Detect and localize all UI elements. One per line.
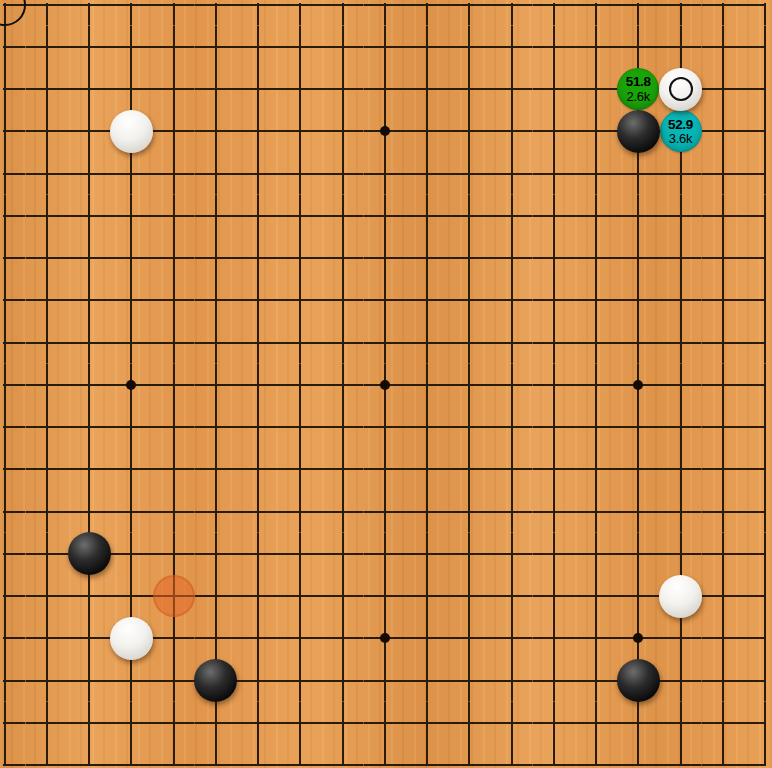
point-J17[interactable]	[321, 68, 363, 110]
point-F8[interactable]	[195, 448, 237, 490]
point-O4[interactable]	[533, 617, 575, 659]
point-L4[interactable]	[406, 617, 448, 659]
point-A18[interactable]	[0, 26, 26, 68]
point-A7[interactable]	[0, 490, 26, 532]
point-P16[interactable]	[575, 110, 617, 152]
point-K6[interactable]	[364, 533, 406, 575]
point-E7[interactable]	[152, 490, 194, 532]
point-H17[interactable]	[279, 68, 321, 110]
point-R16[interactable]: 52.93.6k	[659, 110, 701, 152]
ai-suggestion-faded-E5[interactable]	[153, 575, 195, 617]
point-P5[interactable]	[575, 575, 617, 617]
point-D19[interactable]	[110, 0, 152, 26]
point-Q12[interactable]	[617, 279, 659, 321]
point-F13[interactable]	[195, 237, 237, 279]
point-N15[interactable]	[490, 152, 532, 194]
point-D17[interactable]	[110, 68, 152, 110]
point-T11[interactable]	[744, 321, 772, 363]
point-J1[interactable]	[321, 744, 363, 768]
point-T19[interactable]	[744, 0, 772, 26]
point-M16[interactable]	[448, 110, 490, 152]
point-O7[interactable]	[533, 490, 575, 532]
point-B8[interactable]	[26, 448, 68, 490]
point-M19[interactable]	[448, 0, 490, 26]
point-O1[interactable]	[533, 744, 575, 768]
point-P17[interactable]	[575, 68, 617, 110]
point-E11[interactable]	[152, 321, 194, 363]
point-E12[interactable]	[152, 279, 194, 321]
point-P1[interactable]	[575, 744, 617, 768]
point-K19[interactable]	[364, 0, 406, 26]
point-G6[interactable]	[237, 533, 279, 575]
point-D6[interactable]	[110, 533, 152, 575]
point-R1[interactable]	[659, 744, 701, 768]
point-C10[interactable]	[68, 364, 110, 406]
point-H13[interactable]	[279, 237, 321, 279]
point-N11[interactable]	[490, 321, 532, 363]
point-K18[interactable]	[364, 26, 406, 68]
point-C16[interactable]	[68, 110, 110, 152]
point-O3[interactable]	[533, 659, 575, 701]
point-F5[interactable]	[195, 575, 237, 617]
point-Q6[interactable]	[617, 533, 659, 575]
point-D12[interactable]	[110, 279, 152, 321]
point-E2[interactable]	[152, 702, 194, 744]
point-Q9[interactable]	[617, 406, 659, 448]
point-R14[interactable]	[659, 195, 701, 237]
point-Q11[interactable]	[617, 321, 659, 363]
point-M13[interactable]	[448, 237, 490, 279]
point-B12[interactable]	[26, 279, 68, 321]
point-K16[interactable]	[364, 110, 406, 152]
point-M2[interactable]	[448, 702, 490, 744]
point-T12[interactable]	[744, 279, 772, 321]
point-B17[interactable]	[26, 68, 68, 110]
point-J6[interactable]	[321, 533, 363, 575]
point-N17[interactable]	[490, 68, 532, 110]
point-C8[interactable]	[68, 448, 110, 490]
point-G14[interactable]	[237, 195, 279, 237]
point-D2[interactable]	[110, 702, 152, 744]
point-D15[interactable]	[110, 152, 152, 194]
point-R2[interactable]	[659, 702, 701, 744]
point-G8[interactable]	[237, 448, 279, 490]
point-K10[interactable]	[364, 364, 406, 406]
point-K1[interactable]	[364, 744, 406, 768]
point-C17[interactable]	[68, 68, 110, 110]
point-S12[interactable]	[702, 279, 744, 321]
point-Q3[interactable]	[617, 659, 659, 701]
point-J3[interactable]	[321, 659, 363, 701]
point-L12[interactable]	[406, 279, 448, 321]
ai-suggestion-Q17[interactable]: 51.82.6k	[617, 68, 659, 110]
point-P11[interactable]	[575, 321, 617, 363]
point-R19[interactable]	[659, 0, 701, 26]
point-M8[interactable]	[448, 448, 490, 490]
point-L11[interactable]	[406, 321, 448, 363]
point-B15[interactable]	[26, 152, 68, 194]
point-M12[interactable]	[448, 279, 490, 321]
point-E19[interactable]	[152, 0, 194, 26]
point-L2[interactable]	[406, 702, 448, 744]
point-C7[interactable]	[68, 490, 110, 532]
point-Q15[interactable]	[617, 152, 659, 194]
point-A17[interactable]	[0, 68, 26, 110]
point-C1[interactable]	[68, 744, 110, 768]
point-H2[interactable]	[279, 702, 321, 744]
point-J14[interactable]	[321, 195, 363, 237]
point-Q14[interactable]	[617, 195, 659, 237]
point-L13[interactable]	[406, 237, 448, 279]
point-S6[interactable]	[702, 533, 744, 575]
point-C6[interactable]	[68, 533, 110, 575]
point-R11[interactable]	[659, 321, 701, 363]
point-P8[interactable]	[575, 448, 617, 490]
point-L7[interactable]	[406, 490, 448, 532]
point-J5[interactable]	[321, 575, 363, 617]
point-L15[interactable]	[406, 152, 448, 194]
point-N12[interactable]	[490, 279, 532, 321]
point-L8[interactable]	[406, 448, 448, 490]
point-Q7[interactable]	[617, 490, 659, 532]
point-P14[interactable]	[575, 195, 617, 237]
point-E14[interactable]	[152, 195, 194, 237]
point-T7[interactable]	[744, 490, 772, 532]
point-J13[interactable]	[321, 237, 363, 279]
point-T3[interactable]	[744, 659, 772, 701]
point-O2[interactable]	[533, 702, 575, 744]
point-R9[interactable]	[659, 406, 701, 448]
point-C9[interactable]	[68, 406, 110, 448]
point-O19[interactable]	[533, 0, 575, 26]
point-B16[interactable]	[26, 110, 68, 152]
point-J19[interactable]	[321, 0, 363, 26]
point-E13[interactable]	[152, 237, 194, 279]
point-B10[interactable]	[26, 364, 68, 406]
point-O9[interactable]	[533, 406, 575, 448]
point-S7[interactable]	[702, 490, 744, 532]
point-G19[interactable]	[237, 0, 279, 26]
point-B7[interactable]	[26, 490, 68, 532]
point-C12[interactable]	[68, 279, 110, 321]
point-J7[interactable]	[321, 490, 363, 532]
point-E16[interactable]	[152, 110, 194, 152]
point-C4[interactable]	[68, 617, 110, 659]
point-M1[interactable]	[448, 744, 490, 768]
point-Q13[interactable]	[617, 237, 659, 279]
point-A5[interactable]	[0, 575, 26, 617]
point-T17[interactable]	[744, 68, 772, 110]
point-M10[interactable]	[448, 364, 490, 406]
point-R15[interactable]	[659, 152, 701, 194]
point-E8[interactable]	[152, 448, 194, 490]
point-T13[interactable]	[744, 237, 772, 279]
point-N19[interactable]	[490, 0, 532, 26]
point-B18[interactable]	[26, 26, 68, 68]
point-M3[interactable]	[448, 659, 490, 701]
point-A10[interactable]	[0, 364, 26, 406]
point-L1[interactable]	[406, 744, 448, 768]
point-S1[interactable]	[702, 744, 744, 768]
point-N18[interactable]	[490, 26, 532, 68]
point-P10[interactable]	[575, 364, 617, 406]
point-H14[interactable]	[279, 195, 321, 237]
point-C18[interactable]	[68, 26, 110, 68]
point-Q2[interactable]	[617, 702, 659, 744]
point-B1[interactable]	[26, 744, 68, 768]
point-L17[interactable]	[406, 68, 448, 110]
point-K4[interactable]	[364, 617, 406, 659]
point-T8[interactable]	[744, 448, 772, 490]
point-P12[interactable]	[575, 279, 617, 321]
point-S19[interactable]	[702, 0, 744, 26]
point-O10[interactable]	[533, 364, 575, 406]
point-P2[interactable]	[575, 702, 617, 744]
point-R8[interactable]	[659, 448, 701, 490]
point-P9[interactable]	[575, 406, 617, 448]
point-N1[interactable]	[490, 744, 532, 768]
point-Q5[interactable]	[617, 575, 659, 617]
point-M14[interactable]	[448, 195, 490, 237]
point-A4[interactable]	[0, 617, 26, 659]
point-O16[interactable]	[533, 110, 575, 152]
point-D18[interactable]	[110, 26, 152, 68]
point-H5[interactable]	[279, 575, 321, 617]
point-Q4[interactable]	[617, 617, 659, 659]
point-F6[interactable]	[195, 533, 237, 575]
point-O15[interactable]	[533, 152, 575, 194]
point-J18[interactable]	[321, 26, 363, 68]
point-K14[interactable]	[364, 195, 406, 237]
point-A11[interactable]	[0, 321, 26, 363]
point-L9[interactable]	[406, 406, 448, 448]
point-D7[interactable]	[110, 490, 152, 532]
point-D1[interactable]	[110, 744, 152, 768]
point-E18[interactable]	[152, 26, 194, 68]
point-B13[interactable]	[26, 237, 68, 279]
point-B14[interactable]	[26, 195, 68, 237]
point-R18[interactable]	[659, 26, 701, 68]
point-C3[interactable]	[68, 659, 110, 701]
point-O14[interactable]	[533, 195, 575, 237]
point-L3[interactable]	[406, 659, 448, 701]
point-O5[interactable]	[533, 575, 575, 617]
point-A12[interactable]	[0, 279, 26, 321]
point-K3[interactable]	[364, 659, 406, 701]
point-Q19[interactable]	[617, 0, 659, 26]
point-H10[interactable]	[279, 364, 321, 406]
point-P3[interactable]	[575, 659, 617, 701]
point-B6[interactable]	[26, 533, 68, 575]
point-R13[interactable]	[659, 237, 701, 279]
point-M7[interactable]	[448, 490, 490, 532]
point-C14[interactable]	[68, 195, 110, 237]
point-E15[interactable]	[152, 152, 194, 194]
point-M5[interactable]	[448, 575, 490, 617]
point-D16[interactable]	[110, 110, 152, 152]
point-S15[interactable]	[702, 152, 744, 194]
point-K9[interactable]	[364, 406, 406, 448]
point-H11[interactable]	[279, 321, 321, 363]
point-E5[interactable]	[152, 575, 194, 617]
point-N14[interactable]	[490, 195, 532, 237]
point-A14[interactable]	[0, 195, 26, 237]
point-R10[interactable]	[659, 364, 701, 406]
point-R3[interactable]	[659, 659, 701, 701]
point-B2[interactable]	[26, 702, 68, 744]
point-H15[interactable]	[279, 152, 321, 194]
point-S13[interactable]	[702, 237, 744, 279]
point-H19[interactable]	[279, 0, 321, 26]
point-K11[interactable]	[364, 321, 406, 363]
point-B4[interactable]	[26, 617, 68, 659]
point-S4[interactable]	[702, 617, 744, 659]
point-A6[interactable]	[0, 533, 26, 575]
point-M9[interactable]	[448, 406, 490, 448]
point-J11[interactable]	[321, 321, 363, 363]
point-E4[interactable]	[152, 617, 194, 659]
point-D13[interactable]	[110, 237, 152, 279]
point-D14[interactable]	[110, 195, 152, 237]
point-K12[interactable]	[364, 279, 406, 321]
point-A13[interactable]	[0, 237, 26, 279]
point-E10[interactable]	[152, 364, 194, 406]
point-S10[interactable]	[702, 364, 744, 406]
point-D11[interactable]	[110, 321, 152, 363]
point-Q10[interactable]	[617, 364, 659, 406]
point-P13[interactable]	[575, 237, 617, 279]
point-K17[interactable]	[364, 68, 406, 110]
point-P18[interactable]	[575, 26, 617, 68]
point-L16[interactable]	[406, 110, 448, 152]
point-K8[interactable]	[364, 448, 406, 490]
point-J16[interactable]	[321, 110, 363, 152]
point-P19[interactable]	[575, 0, 617, 26]
point-E9[interactable]	[152, 406, 194, 448]
point-H18[interactable]	[279, 26, 321, 68]
point-Q8[interactable]	[617, 448, 659, 490]
point-B11[interactable]	[26, 321, 68, 363]
point-O13[interactable]	[533, 237, 575, 279]
point-D4[interactable]	[110, 617, 152, 659]
point-K2[interactable]	[364, 702, 406, 744]
point-A1[interactable]	[0, 744, 26, 768]
point-Q16[interactable]	[617, 110, 659, 152]
point-D3[interactable]	[110, 659, 152, 701]
point-T6[interactable]	[744, 533, 772, 575]
point-S2[interactable]	[702, 702, 744, 744]
point-A16[interactable]	[0, 110, 26, 152]
point-E1[interactable]	[152, 744, 194, 768]
point-R6[interactable]	[659, 533, 701, 575]
point-S17[interactable]	[702, 68, 744, 110]
point-S14[interactable]	[702, 195, 744, 237]
point-F7[interactable]	[195, 490, 237, 532]
point-O8[interactable]	[533, 448, 575, 490]
point-T14[interactable]	[744, 195, 772, 237]
point-S18[interactable]	[702, 26, 744, 68]
point-P15[interactable]	[575, 152, 617, 194]
point-S9[interactable]	[702, 406, 744, 448]
point-F3[interactable]	[195, 659, 237, 701]
point-A8[interactable]	[0, 448, 26, 490]
point-G1[interactable]	[237, 744, 279, 768]
point-P4[interactable]	[575, 617, 617, 659]
point-D8[interactable]	[110, 448, 152, 490]
point-C2[interactable]	[68, 702, 110, 744]
point-N3[interactable]	[490, 659, 532, 701]
point-A9[interactable]	[0, 406, 26, 448]
point-C11[interactable]	[68, 321, 110, 363]
point-N2[interactable]	[490, 702, 532, 744]
point-O17[interactable]	[533, 68, 575, 110]
point-S3[interactable]	[702, 659, 744, 701]
point-N7[interactable]	[490, 490, 532, 532]
point-M6[interactable]	[448, 533, 490, 575]
point-Q17[interactable]: 51.82.6k	[617, 68, 659, 110]
point-T16[interactable]	[744, 110, 772, 152]
point-L19[interactable]	[406, 0, 448, 26]
point-C5[interactable]	[68, 575, 110, 617]
point-F9[interactable]	[195, 406, 237, 448]
point-N16[interactable]	[490, 110, 532, 152]
point-G5[interactable]	[237, 575, 279, 617]
point-B9[interactable]	[26, 406, 68, 448]
point-G12[interactable]	[237, 279, 279, 321]
point-G16[interactable]	[237, 110, 279, 152]
point-F17[interactable]	[195, 68, 237, 110]
point-N8[interactable]	[490, 448, 532, 490]
point-G11[interactable]	[237, 321, 279, 363]
point-L6[interactable]	[406, 533, 448, 575]
point-H1[interactable]	[279, 744, 321, 768]
point-T15[interactable]	[744, 152, 772, 194]
point-G15[interactable]	[237, 152, 279, 194]
point-R17[interactable]	[659, 68, 701, 110]
point-T4[interactable]	[744, 617, 772, 659]
point-R4[interactable]	[659, 617, 701, 659]
point-O11[interactable]	[533, 321, 575, 363]
point-F12[interactable]	[195, 279, 237, 321]
point-N13[interactable]	[490, 237, 532, 279]
point-F4[interactable]	[195, 617, 237, 659]
point-F11[interactable]	[195, 321, 237, 363]
point-H9[interactable]	[279, 406, 321, 448]
point-K7[interactable]	[364, 490, 406, 532]
point-R12[interactable]	[659, 279, 701, 321]
point-C15[interactable]	[68, 152, 110, 194]
point-S5[interactable]	[702, 575, 744, 617]
point-G7[interactable]	[237, 490, 279, 532]
point-L14[interactable]	[406, 195, 448, 237]
point-P7[interactable]	[575, 490, 617, 532]
point-T5[interactable]	[744, 575, 772, 617]
point-D10[interactable]	[110, 364, 152, 406]
point-F18[interactable]	[195, 26, 237, 68]
point-G9[interactable]	[237, 406, 279, 448]
point-J10[interactable]	[321, 364, 363, 406]
point-L5[interactable]	[406, 575, 448, 617]
point-F15[interactable]	[195, 152, 237, 194]
point-S11[interactable]	[702, 321, 744, 363]
point-E6[interactable]	[152, 533, 194, 575]
point-G3[interactable]	[237, 659, 279, 701]
point-M17[interactable]	[448, 68, 490, 110]
point-N9[interactable]	[490, 406, 532, 448]
point-K15[interactable]	[364, 152, 406, 194]
point-G18[interactable]	[237, 26, 279, 68]
point-J8[interactable]	[321, 448, 363, 490]
